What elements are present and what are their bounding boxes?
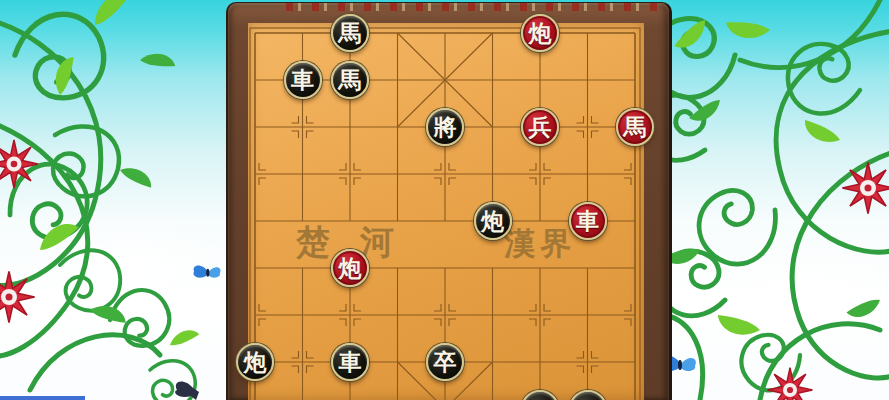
piece-character: 兵 (523, 110, 557, 144)
piece-red-cannon[interactable]: 炮 (331, 249, 369, 287)
flower-icon (842, 162, 889, 213)
page: { "game": "Chinese Chess (Xiangqi)", "bo… (0, 0, 889, 400)
piece-character: 炮 (238, 345, 272, 379)
piece-character: 炮 (476, 204, 510, 238)
piece-character: 炮 (523, 16, 557, 50)
vine-flourish-right (634, 0, 889, 400)
piece-black-cannon[interactable]: 炮 (236, 343, 274, 381)
blue-strip (0, 396, 85, 400)
piece-red-chariot[interactable]: 車 (569, 202, 607, 240)
piece-character: 車 (286, 63, 320, 97)
piece-character: 馬 (333, 63, 367, 97)
piece-character: 馬 (618, 110, 652, 144)
piece-character: 馬 (333, 16, 367, 50)
piece-character: 卒 (428, 345, 462, 379)
board-surface[interactable]: 楚河 漢界 馬炮車馬將兵馬炮車炮炮車卒 (248, 23, 644, 400)
piece-black-general[interactable]: 將 (426, 108, 464, 146)
piece-black-soldier[interactable]: 卒 (426, 343, 464, 381)
piece-red-cannon[interactable]: 炮 (521, 14, 559, 52)
piece-character: 將 (428, 110, 462, 144)
butterfly-icon (193, 265, 220, 277)
piece-black-horse[interactable]: 馬 (331, 14, 369, 52)
flower-icon (768, 368, 813, 400)
piece-character: 車 (333, 345, 367, 379)
piece-character: 炮 (333, 251, 367, 285)
piece-black-chariot[interactable]: 車 (331, 343, 369, 381)
piece-character: 車 (571, 204, 605, 238)
piece-red-horse[interactable]: 馬 (616, 108, 654, 146)
xiangqi-board: 楚河 漢界 馬炮車馬將兵馬炮車炮炮車卒 (226, 2, 672, 400)
piece-black-horse[interactable]: 馬 (331, 61, 369, 99)
piece-red-soldier[interactable]: 兵 (521, 108, 559, 146)
clipped-title-text (286, 3, 658, 11)
piece-black-cannon[interactable]: 炮 (474, 202, 512, 240)
piece-black-chariot[interactable]: 車 (284, 61, 322, 99)
